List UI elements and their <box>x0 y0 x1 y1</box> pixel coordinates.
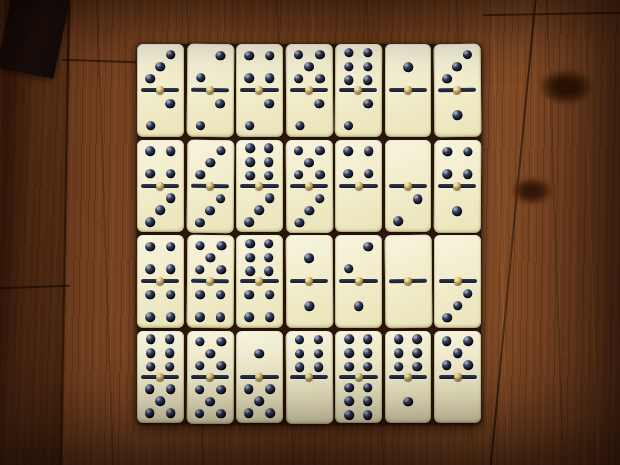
pip <box>363 76 373 86</box>
domino-half-top <box>335 44 382 88</box>
pip <box>295 121 305 131</box>
domino-half-bottom <box>236 283 283 327</box>
pip <box>195 169 205 179</box>
domino-half-top <box>137 44 184 88</box>
pip <box>216 385 226 395</box>
pip <box>215 194 225 204</box>
wood-knot <box>540 70 592 104</box>
domino-4-0[interactable] <box>335 140 382 233</box>
pip <box>344 146 354 156</box>
domino-half-top <box>187 235 234 280</box>
pip <box>304 206 314 216</box>
pip <box>145 218 155 228</box>
pip <box>156 397 166 407</box>
pip <box>166 242 176 252</box>
pip <box>315 194 325 204</box>
domino-half-bottom <box>385 92 432 136</box>
pip <box>245 239 255 249</box>
pip <box>166 194 176 204</box>
domino-half-top <box>285 44 332 89</box>
pip <box>215 290 225 300</box>
pip <box>345 410 355 420</box>
pip <box>413 348 423 358</box>
pip <box>413 195 423 205</box>
pip <box>463 289 473 299</box>
pip <box>413 335 423 345</box>
pip <box>363 348 373 358</box>
pip <box>345 48 355 58</box>
pip <box>464 360 474 370</box>
pip <box>344 121 354 131</box>
dark-plank-patch <box>0 0 73 79</box>
pip <box>345 62 355 72</box>
pip <box>216 145 226 155</box>
domino-4-4[interactable] <box>137 235 184 328</box>
pip <box>145 290 155 300</box>
pip <box>265 51 275 61</box>
pip <box>363 410 373 420</box>
pip <box>265 194 275 204</box>
pip <box>216 336 226 346</box>
pip <box>195 312 205 322</box>
pip <box>315 50 325 60</box>
pip <box>255 397 265 407</box>
pip <box>363 335 373 345</box>
domino-half-bottom <box>385 283 432 328</box>
pip <box>453 110 463 120</box>
pip <box>403 397 413 407</box>
domino-0-0[interactable] <box>384 235 431 328</box>
pip <box>166 50 176 60</box>
pip <box>145 242 155 252</box>
pip <box>364 242 374 252</box>
pip <box>166 290 176 300</box>
domino-half-bottom <box>137 379 184 423</box>
domino-half-top <box>335 331 382 375</box>
wood-plank-seam <box>62 59 136 64</box>
domino-3-1[interactable] <box>434 44 481 137</box>
pip <box>165 348 175 358</box>
pip <box>443 169 453 179</box>
pip <box>363 99 373 109</box>
table-photo <box>0 0 620 465</box>
pip <box>293 50 303 60</box>
domino-6-3[interactable] <box>236 140 283 233</box>
pip <box>364 169 374 179</box>
pip <box>216 409 226 419</box>
domino-half-bottom <box>137 283 184 327</box>
domino-half-bottom <box>335 188 382 232</box>
pip <box>216 241 226 251</box>
domino-half-bottom <box>385 379 432 423</box>
domino-half-bottom <box>186 188 233 233</box>
pip <box>255 349 265 359</box>
domino-3-3[interactable] <box>186 139 233 232</box>
domino-half-top <box>137 140 184 184</box>
domino-1-0[interactable] <box>385 44 432 137</box>
pip <box>194 360 204 370</box>
pip <box>265 313 275 323</box>
domino-4-1[interactable] <box>434 139 481 232</box>
pip <box>166 264 176 274</box>
pip <box>363 48 373 58</box>
domino-5-2[interactable] <box>285 44 332 137</box>
domino-half-top <box>335 235 382 279</box>
domino-half-top <box>236 235 283 279</box>
pip <box>145 74 155 84</box>
domino-5-3[interactable] <box>285 139 332 232</box>
pip <box>304 301 314 311</box>
domino-half-bottom <box>434 283 481 327</box>
pip <box>295 348 305 358</box>
pip <box>463 169 473 179</box>
pip <box>315 145 325 155</box>
wood-knot <box>512 178 552 204</box>
pip <box>145 313 155 323</box>
domino-6-2[interactable] <box>335 44 382 137</box>
domino-3-2[interactable] <box>137 44 184 137</box>
pip <box>146 121 156 131</box>
domino-half-top <box>236 140 283 184</box>
domino-half-bottom <box>335 283 382 327</box>
pip <box>394 335 404 345</box>
pip <box>344 264 354 274</box>
pip <box>293 145 303 155</box>
domino-board <box>137 44 481 423</box>
domino-half-bottom <box>286 92 333 137</box>
pip <box>216 360 226 370</box>
pip <box>205 348 215 358</box>
pip <box>205 253 215 263</box>
pip <box>264 99 274 109</box>
domino-2-1[interactable] <box>335 235 382 328</box>
pip <box>345 348 355 358</box>
pip <box>265 73 275 83</box>
domino-5-0[interactable] <box>434 331 481 424</box>
pip <box>265 409 275 419</box>
pip <box>413 362 423 372</box>
pip <box>264 239 274 249</box>
pip <box>453 301 463 311</box>
pip <box>363 362 373 372</box>
domino-half-top <box>187 139 234 184</box>
pip <box>195 290 205 300</box>
pip <box>194 385 204 395</box>
pip <box>304 157 314 167</box>
pip <box>364 146 374 156</box>
pip <box>344 169 354 179</box>
pip <box>195 336 205 346</box>
wood-plank-left <box>0 0 70 465</box>
domino-0-2[interactable] <box>385 140 432 233</box>
domino-2-2[interactable] <box>186 44 233 137</box>
domino-half-top <box>434 235 481 279</box>
pip <box>453 62 463 72</box>
pip <box>215 313 225 323</box>
domino-half-bottom <box>236 92 283 136</box>
pip <box>255 206 265 216</box>
pip <box>295 362 305 372</box>
domino-half-bottom <box>286 188 333 233</box>
pip <box>345 335 355 345</box>
domino-half-bottom <box>236 188 283 232</box>
domino-half-top <box>137 235 184 279</box>
pip <box>265 290 275 300</box>
pip <box>295 335 305 345</box>
wood-crack <box>489 0 537 465</box>
domino-half-top <box>236 44 283 88</box>
pip <box>146 348 156 358</box>
pip <box>394 362 404 372</box>
domino-half-top <box>285 330 332 375</box>
pip <box>244 313 254 323</box>
domino-half-bottom <box>434 379 481 423</box>
pip <box>244 290 254 300</box>
pip <box>313 348 323 358</box>
pip <box>354 302 364 312</box>
pip <box>464 336 474 346</box>
pip <box>304 253 314 263</box>
domino-half-top <box>434 331 481 375</box>
pip <box>195 217 205 227</box>
domino-half-bottom <box>137 188 184 232</box>
domino-6-1[interactable] <box>385 331 432 424</box>
domino-half-top <box>384 235 431 280</box>
pip <box>394 348 404 358</box>
pip <box>394 217 404 227</box>
pip <box>315 169 325 179</box>
pip <box>294 218 304 228</box>
pip <box>314 99 324 109</box>
pip <box>463 146 473 156</box>
domino-0-3[interactable] <box>434 235 481 328</box>
domino-6-4[interactable] <box>236 235 283 328</box>
domino-1-1[interactable] <box>285 235 332 328</box>
domino-half-top <box>434 139 481 183</box>
pip <box>245 267 255 277</box>
pip <box>264 267 274 277</box>
pip <box>443 74 453 84</box>
pip <box>363 383 373 393</box>
pip <box>443 146 453 156</box>
pip <box>264 157 274 167</box>
domino-4-3[interactable] <box>137 140 184 233</box>
domino-half-top <box>385 331 432 375</box>
pip <box>363 62 373 72</box>
pip <box>453 348 463 358</box>
pip <box>264 171 274 181</box>
pip <box>315 74 325 84</box>
domino-half-bottom <box>186 283 233 328</box>
domino-half-top <box>236 331 283 375</box>
pip <box>245 171 255 181</box>
pip <box>215 51 225 61</box>
domino-half-bottom <box>186 92 233 137</box>
pip <box>293 74 303 84</box>
pip <box>194 265 204 275</box>
pip <box>205 397 215 407</box>
domino-half-bottom <box>137 92 184 136</box>
pip <box>264 253 274 263</box>
pip <box>216 265 226 275</box>
pip <box>165 335 175 345</box>
domino-half-top <box>385 44 432 88</box>
pip <box>145 409 155 419</box>
pip <box>245 121 255 131</box>
wood-plank-seam <box>483 12 620 16</box>
pip <box>166 169 176 179</box>
domino-6-6[interactable] <box>335 331 382 424</box>
domino-5-5[interactable] <box>186 330 233 423</box>
pip <box>195 241 205 251</box>
domino-half-bottom <box>236 379 283 423</box>
pip <box>345 362 355 372</box>
pip <box>304 62 314 72</box>
pip <box>166 313 176 323</box>
domino-6-5[interactable] <box>137 331 184 424</box>
pip <box>244 218 254 228</box>
pip <box>145 264 155 274</box>
pip <box>166 409 176 419</box>
pip <box>403 62 413 72</box>
domino-half-top <box>137 331 184 375</box>
domino-half-bottom <box>286 283 333 328</box>
domino-half-top <box>385 140 432 184</box>
pip <box>244 409 254 419</box>
domino-5-4[interactable] <box>186 235 233 328</box>
domino-half-bottom <box>186 379 233 423</box>
domino-half-bottom <box>434 92 481 137</box>
pip <box>442 336 452 346</box>
pip <box>264 144 274 154</box>
domino-half-top <box>285 139 332 184</box>
pip <box>166 385 176 395</box>
pip <box>313 362 323 372</box>
pip <box>244 51 254 61</box>
pip <box>244 73 254 83</box>
pip <box>145 169 155 179</box>
pip <box>145 146 155 156</box>
pip <box>165 99 175 109</box>
domino-half-top <box>187 330 234 374</box>
pip <box>156 62 166 72</box>
pip <box>146 362 156 372</box>
pip <box>293 169 303 179</box>
domino-4-2[interactable] <box>236 44 283 137</box>
pip <box>453 206 463 216</box>
pip <box>145 385 155 395</box>
pip <box>194 408 204 418</box>
pip <box>195 73 205 83</box>
pip <box>205 206 215 216</box>
domino-1-5[interactable] <box>236 331 283 424</box>
pip <box>244 385 254 395</box>
pip <box>245 157 255 167</box>
domino-half-bottom <box>335 379 382 423</box>
domino-half-top <box>285 235 332 280</box>
pip <box>463 50 473 60</box>
pip <box>442 360 452 370</box>
pip <box>146 335 156 345</box>
pip <box>363 397 373 407</box>
domino-half-bottom <box>434 188 481 232</box>
pip <box>165 362 175 372</box>
pip <box>205 157 215 167</box>
pip <box>245 253 255 263</box>
domino-half-bottom <box>385 188 432 232</box>
pip <box>195 121 205 131</box>
pip <box>345 75 355 85</box>
domino-half-bottom <box>335 92 382 136</box>
pip <box>166 146 176 156</box>
pip <box>345 397 355 407</box>
pip <box>443 313 453 323</box>
domino-half-top <box>434 44 481 89</box>
pip <box>313 334 323 344</box>
pip <box>245 144 255 154</box>
domino-half-top <box>335 140 382 184</box>
pip <box>156 206 166 216</box>
domino-6-0[interactable] <box>285 330 332 423</box>
domino-half-bottom <box>286 379 333 424</box>
domino-half-top <box>187 44 234 89</box>
pip <box>215 99 225 109</box>
pip <box>345 383 355 393</box>
pip <box>265 385 275 395</box>
